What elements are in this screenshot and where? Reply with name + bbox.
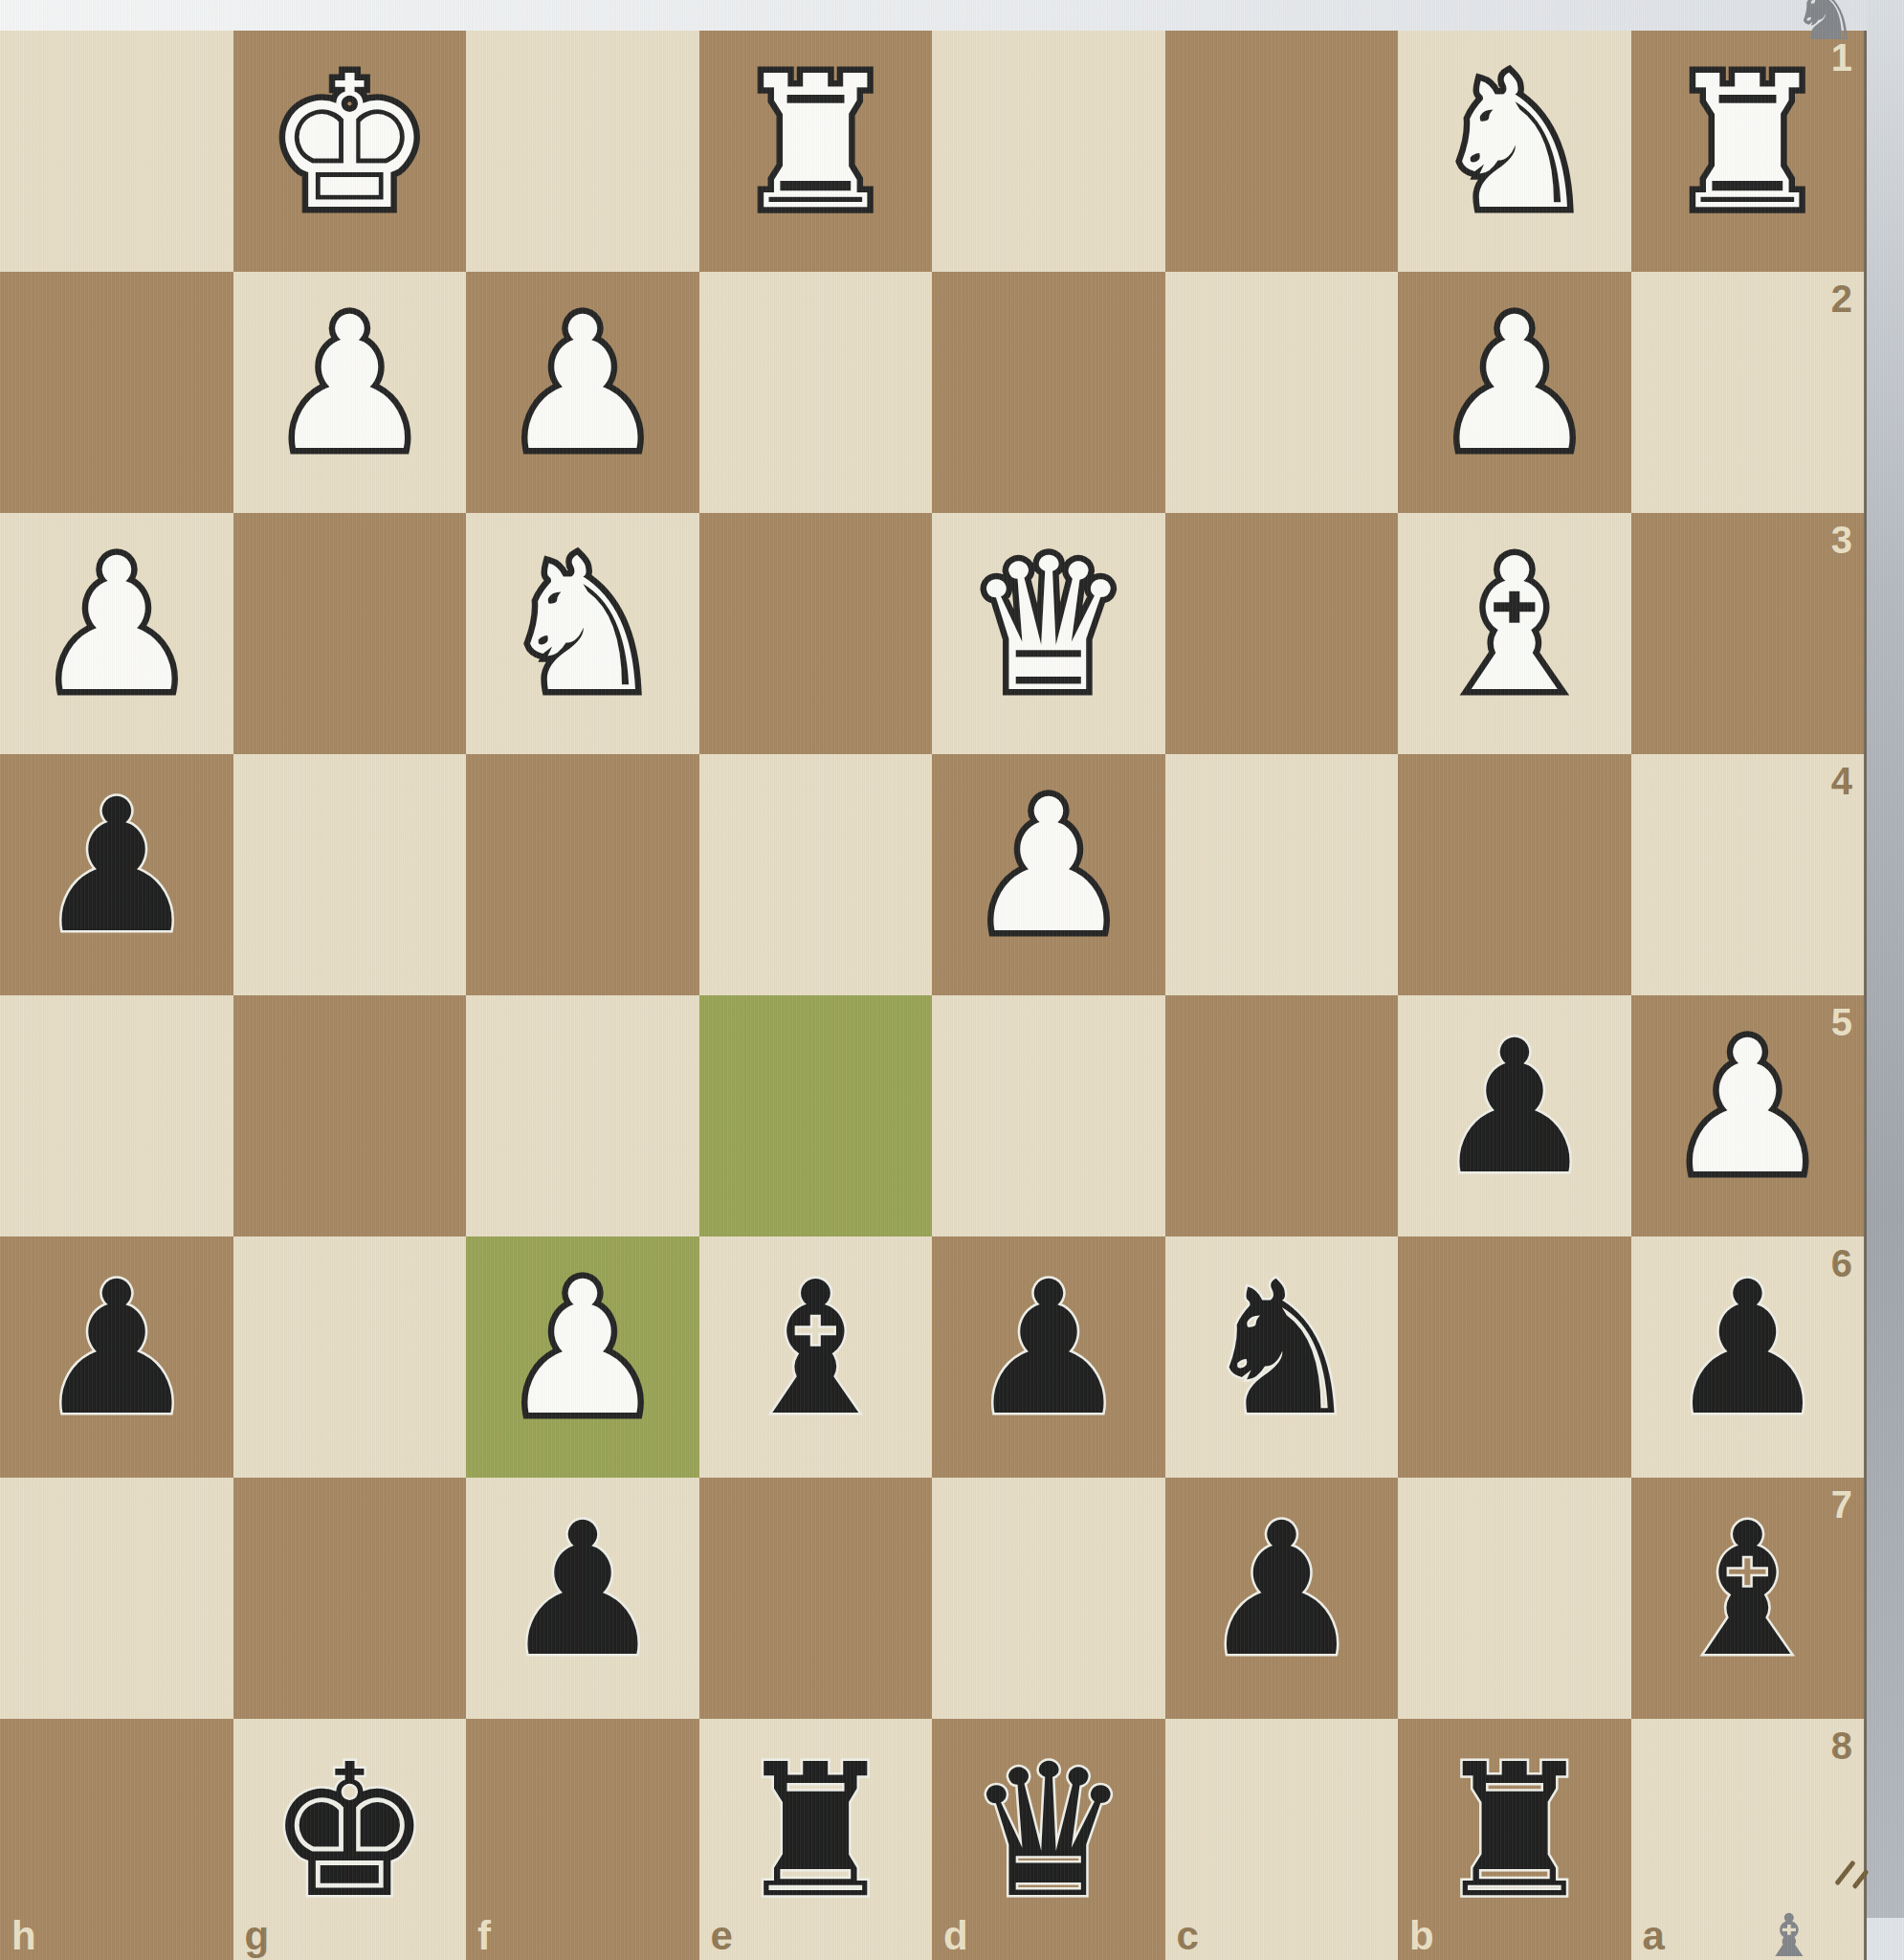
square-g5[interactable] bbox=[233, 995, 467, 1236]
white-pawn[interactable]: ♟♟ bbox=[233, 272, 467, 513]
white-pawn[interactable]: ♟♟ bbox=[0, 513, 233, 754]
bishop-icon[interactable]: ♝ bbox=[1762, 1906, 1816, 1960]
square-h8[interactable]: h bbox=[0, 1719, 233, 1960]
square-f2[interactable]: ♟♟ bbox=[466, 272, 699, 513]
file-label-e: e bbox=[711, 1916, 733, 1956]
black-pawn[interactable]: ♟♟ bbox=[1165, 1478, 1399, 1719]
square-g3[interactable] bbox=[233, 513, 467, 754]
square-e1[interactable]: ♜♜ bbox=[699, 31, 933, 272]
square-c6[interactable]: ♞♞ bbox=[1165, 1236, 1399, 1478]
chess-board: ♚♚♜♜♞♞♜♜1♟♟♟♟♟♟2♟♟♞♞♛♛♝♝3♟♟♟♟4♟♟♟♟5♟♟♟♟♝… bbox=[0, 31, 1867, 1960]
square-c4[interactable] bbox=[1165, 754, 1399, 995]
black-bishop[interactable]: ♝♝ bbox=[699, 1236, 933, 1478]
square-b8[interactable]: ♜♜b bbox=[1398, 1719, 1631, 1960]
white-rook[interactable]: ♜♜ bbox=[1631, 31, 1865, 272]
square-f5[interactable] bbox=[466, 995, 699, 1236]
square-h7[interactable] bbox=[0, 1478, 233, 1719]
square-c5[interactable] bbox=[1165, 995, 1399, 1236]
square-g8[interactable]: ♚♚g bbox=[233, 1719, 467, 1960]
square-b3[interactable]: ♝♝ bbox=[1398, 513, 1631, 754]
rank-label-3: 3 bbox=[1831, 521, 1852, 559]
rank-label-6: 6 bbox=[1831, 1244, 1852, 1282]
white-pawn[interactable]: ♟♟ bbox=[1631, 995, 1865, 1236]
square-g2[interactable]: ♟♟ bbox=[233, 272, 467, 513]
black-bishop[interactable]: ♝♝ bbox=[1631, 1478, 1865, 1719]
rank-label-2: 2 bbox=[1831, 279, 1852, 318]
square-h2[interactable] bbox=[0, 272, 233, 513]
rank-label-7: 7 bbox=[1831, 1485, 1852, 1524]
square-g6[interactable] bbox=[233, 1236, 467, 1478]
rank-label-5: 5 bbox=[1831, 1003, 1852, 1041]
square-a3[interactable]: 3 bbox=[1631, 513, 1865, 754]
square-e5[interactable] bbox=[699, 995, 933, 1236]
screen-top-strip bbox=[0, 0, 1904, 31]
black-rook[interactable]: ♜♜ bbox=[699, 1719, 933, 1960]
square-b1[interactable]: ♞♞ bbox=[1398, 31, 1631, 272]
square-a1[interactable]: ♜♜1 bbox=[1631, 31, 1865, 272]
square-a5[interactable]: ♟♟5 bbox=[1631, 995, 1865, 1236]
square-b6[interactable] bbox=[1398, 1236, 1631, 1478]
white-knight[interactable]: ♞♞ bbox=[1398, 31, 1631, 272]
square-f6[interactable]: ♟♟ bbox=[466, 1236, 699, 1478]
square-b2[interactable]: ♟♟ bbox=[1398, 272, 1631, 513]
file-label-b: b bbox=[1409, 1916, 1434, 1956]
square-d6[interactable]: ♟♟ bbox=[932, 1236, 1165, 1478]
square-g7[interactable] bbox=[233, 1478, 467, 1719]
square-a4[interactable]: 4 bbox=[1631, 754, 1865, 995]
knight-icon[interactable]: ♞ bbox=[1791, 0, 1860, 52]
square-f4[interactable] bbox=[466, 754, 699, 995]
black-pawn[interactable]: ♟♟ bbox=[0, 754, 233, 995]
square-h6[interactable]: ♟♟ bbox=[0, 1236, 233, 1478]
square-f1[interactable] bbox=[466, 31, 699, 272]
file-label-g: g bbox=[245, 1916, 270, 1956]
white-queen[interactable]: ♛♛ bbox=[932, 513, 1165, 754]
square-g1[interactable]: ♚♚ bbox=[233, 31, 467, 272]
square-e6[interactable]: ♝♝ bbox=[699, 1236, 933, 1478]
square-b5[interactable]: ♟♟ bbox=[1398, 995, 1631, 1236]
square-a6[interactable]: ♟♟6 bbox=[1631, 1236, 1865, 1478]
square-d8[interactable]: ♛♛d bbox=[932, 1719, 1165, 1960]
black-pawn[interactable]: ♟♟ bbox=[932, 1236, 1165, 1478]
white-pawn[interactable]: ♟♟ bbox=[466, 1236, 699, 1478]
screen-right-strip bbox=[1867, 0, 1904, 1960]
double-slash-icon[interactable] bbox=[1835, 1857, 1877, 1899]
white-knight[interactable]: ♞♞ bbox=[466, 513, 699, 754]
white-pawn[interactable]: ♟♟ bbox=[1398, 272, 1631, 513]
rank-label-4: 4 bbox=[1831, 762, 1852, 800]
square-g4[interactable] bbox=[233, 754, 467, 995]
square-h4[interactable]: ♟♟ bbox=[0, 754, 233, 995]
square-h3[interactable]: ♟♟ bbox=[0, 513, 233, 754]
square-d2[interactable] bbox=[932, 272, 1165, 513]
square-a8[interactable]: 8a bbox=[1631, 1719, 1865, 1960]
square-e2[interactable] bbox=[699, 272, 933, 513]
square-c1[interactable] bbox=[1165, 31, 1399, 272]
black-pawn[interactable]: ♟♟ bbox=[0, 1236, 233, 1478]
black-knight[interactable]: ♞♞ bbox=[1165, 1236, 1399, 1478]
file-label-a: a bbox=[1643, 1916, 1665, 1956]
file-label-h: h bbox=[11, 1916, 36, 1956]
file-label-c: c bbox=[1177, 1916, 1199, 1956]
square-e7[interactable] bbox=[699, 1478, 933, 1719]
white-rook[interactable]: ♜♜ bbox=[699, 31, 933, 272]
square-f7[interactable]: ♟♟ bbox=[466, 1478, 699, 1719]
square-a2[interactable]: 2 bbox=[1631, 272, 1865, 513]
square-c7[interactable]: ♟♟ bbox=[1165, 1478, 1399, 1719]
square-f8[interactable]: f bbox=[466, 1719, 699, 1960]
square-c8[interactable]: c bbox=[1165, 1719, 1399, 1960]
square-h1[interactable] bbox=[0, 31, 233, 272]
square-h5[interactable] bbox=[0, 995, 233, 1236]
square-b4[interactable] bbox=[1398, 754, 1631, 995]
square-f3[interactable]: ♞♞ bbox=[466, 513, 699, 754]
square-d3[interactable]: ♛♛ bbox=[932, 513, 1165, 754]
square-a7[interactable]: ♝♝7 bbox=[1631, 1478, 1865, 1719]
black-pawn[interactable]: ♟♟ bbox=[1631, 1236, 1865, 1478]
square-c2[interactable] bbox=[1165, 272, 1399, 513]
file-label-f: f bbox=[477, 1916, 491, 1956]
square-c3[interactable] bbox=[1165, 513, 1399, 754]
square-d5[interactable] bbox=[932, 995, 1165, 1236]
white-bishop[interactable]: ♝♝ bbox=[1398, 513, 1631, 754]
black-pawn[interactable]: ♟♟ bbox=[1398, 995, 1631, 1236]
file-label-d: d bbox=[943, 1916, 968, 1956]
white-pawn[interactable]: ♟♟ bbox=[466, 272, 699, 513]
square-e3[interactable] bbox=[699, 513, 933, 754]
white-king[interactable]: ♚♚ bbox=[233, 31, 467, 272]
black-pawn[interactable]: ♟♟ bbox=[466, 1478, 699, 1719]
square-d1[interactable] bbox=[932, 31, 1165, 272]
rank-label-8: 8 bbox=[1831, 1726, 1852, 1765]
white-pawn[interactable]: ♟♟ bbox=[932, 754, 1165, 995]
square-d7[interactable] bbox=[932, 1478, 1165, 1719]
square-b7[interactable] bbox=[1398, 1478, 1631, 1719]
square-d4[interactable]: ♟♟ bbox=[932, 754, 1165, 995]
square-e4[interactable] bbox=[699, 754, 933, 995]
square-e8[interactable]: ♜♜e bbox=[699, 1719, 933, 1960]
